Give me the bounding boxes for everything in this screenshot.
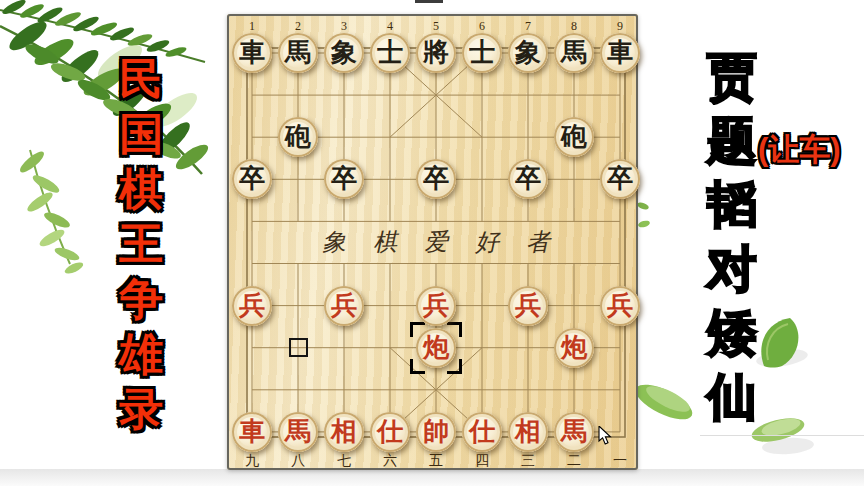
right-title-char: 矮 [707, 308, 757, 359]
piece-glyph: 炮 [423, 328, 449, 368]
piece-black-advisor[interactable]: 士 [462, 33, 502, 73]
piece-glyph: 兵 [515, 286, 541, 326]
piece-glyph: 炮 [561, 328, 587, 368]
truncated-top-ui-fragment [415, 0, 443, 3]
piece-black-horse[interactable]: 馬 [278, 33, 318, 73]
handicap-label: (让车) [758, 129, 841, 171]
piece-glyph: 士 [377, 33, 403, 73]
piece-glyph: 卒 [239, 159, 265, 199]
piece-red-soldier[interactable]: 兵 [232, 286, 272, 326]
piece-red-advisor[interactable]: 仕 [462, 412, 502, 452]
piece-glyph: 馬 [285, 412, 311, 452]
piece-glyph: 砲 [285, 117, 311, 157]
left-title-char: 民 [119, 56, 163, 101]
right-title-char: 贾 [707, 52, 757, 103]
piece-glyph: 仕 [377, 412, 403, 452]
bottom-file-label: 五 [424, 452, 448, 470]
piece-red-general[interactable]: 帥 [416, 412, 456, 452]
bottom-file-label: 一 [608, 452, 632, 470]
right-title-char: 韬 [707, 180, 757, 231]
bottom-file-label: 九 [240, 452, 264, 470]
piece-black-chariot[interactable]: 車 [232, 33, 272, 73]
bottom-file-label: 四 [470, 452, 494, 470]
bottom-file-label: 七 [332, 452, 356, 470]
left-series-title: 民国棋王争雄录 [112, 56, 170, 431]
piece-black-cannon[interactable]: 砲 [554, 117, 594, 157]
piece-glyph: 象 [515, 33, 541, 73]
piece-glyph: 帥 [423, 412, 449, 452]
bottom-background-band [0, 469, 864, 486]
last-move-origin-marker [289, 338, 308, 357]
piece-red-soldier[interactable]: 兵 [324, 286, 364, 326]
piece-red-horse[interactable]: 馬 [278, 412, 318, 452]
piece-black-horse[interactable]: 馬 [554, 33, 594, 73]
leaf-branch-top-left [0, 0, 212, 174]
leaf-sprig-mid-left [17, 149, 84, 276]
top-column-label: 6 [472, 19, 492, 34]
piece-black-elephant[interactable]: 象 [508, 33, 548, 73]
left-title-char: 录 [119, 386, 163, 431]
top-column-label: 9 [610, 19, 630, 34]
left-title-char: 王 [119, 221, 163, 266]
right-match-title: 贾题韬对矮仙 [703, 52, 761, 423]
piece-red-advisor[interactable]: 仕 [370, 412, 410, 452]
top-column-label: 1 [242, 19, 262, 34]
river-text: 象棋爱好者 [252, 226, 620, 258]
piece-glyph: 兵 [423, 286, 449, 326]
piece-glyph: 兵 [331, 286, 357, 326]
piece-glyph: 士 [469, 33, 495, 73]
background-fold-line [700, 435, 864, 436]
mouse-cursor [598, 426, 616, 446]
piece-red-soldier[interactable]: 兵 [416, 286, 456, 326]
top-column-label: 4 [380, 19, 400, 34]
piece-glyph: 相 [331, 412, 357, 452]
right-title-char: 对 [707, 244, 757, 295]
piece-glyph: 將 [423, 33, 449, 73]
left-title-char: 国 [119, 111, 163, 156]
river-text-char: 棋 [372, 226, 397, 259]
piece-black-chariot[interactable]: 車 [600, 33, 640, 73]
piece-glyph: 砲 [561, 117, 587, 157]
top-column-label: 5 [426, 19, 446, 34]
left-title-char: 雄 [119, 331, 163, 376]
top-column-label: 7 [518, 19, 538, 34]
bottom-file-label: 六 [378, 452, 402, 470]
piece-glyph: 卒 [515, 159, 541, 199]
left-title-char: 争 [119, 276, 163, 321]
piece-glyph: 車 [239, 33, 265, 73]
piece-glyph: 馬 [285, 33, 311, 73]
piece-red-chariot[interactable]: 車 [232, 412, 272, 452]
top-column-label: 8 [564, 19, 584, 34]
piece-glyph: 兵 [607, 286, 633, 326]
river-text-char: 好 [474, 226, 499, 259]
piece-glyph: 車 [239, 412, 265, 452]
left-title-char: 棋 [119, 166, 163, 211]
piece-red-cannon[interactable]: 炮 [554, 328, 594, 368]
piece-glyph: 兵 [239, 286, 265, 326]
piece-glyph: 馬 [561, 33, 587, 73]
piece-red-soldier[interactable]: 兵 [508, 286, 548, 326]
bottom-file-label: 八 [286, 452, 310, 470]
piece-glyph: 卒 [607, 159, 633, 199]
top-column-label: 2 [288, 19, 308, 34]
piece-glyph: 仕 [469, 412, 495, 452]
river-text-char: 爱 [423, 226, 448, 259]
piece-red-soldier[interactable]: 兵 [600, 286, 640, 326]
video-frame: 民国棋王争雄录 贾题韬对矮仙 (让车) 123456789九八七六五四三二一 象… [0, 0, 864, 486]
piece-red-cannon[interactable]: 炮 [416, 328, 456, 368]
piece-glyph: 馬 [561, 412, 587, 452]
piece-black-cannon[interactable]: 砲 [278, 117, 318, 157]
piece-glyph: 相 [515, 412, 541, 452]
piece-red-elephant[interactable]: 相 [508, 412, 548, 452]
right-title-char: 题 [707, 116, 757, 167]
bottom-file-label: 三 [516, 452, 540, 470]
piece-glyph: 象 [331, 33, 357, 73]
piece-black-advisor[interactable]: 士 [370, 33, 410, 73]
piece-glyph: 卒 [423, 159, 449, 199]
river-text-char: 象 [321, 226, 346, 259]
river-text-char: 者 [525, 226, 550, 259]
piece-black-general[interactable]: 將 [416, 33, 456, 73]
piece-glyph: 車 [607, 33, 633, 73]
piece-black-elephant[interactable]: 象 [324, 33, 364, 73]
top-column-label: 3 [334, 19, 354, 34]
piece-red-horse[interactable]: 馬 [554, 412, 594, 452]
right-title-char: 仙 [707, 372, 757, 423]
xiangqi-board[interactable]: 123456789九八七六五四三二一 象棋爱好者 車馬象士將士象馬車砲砲卒卒卒卒… [227, 14, 638, 470]
bottom-file-label: 二 [562, 452, 586, 470]
piece-glyph: 卒 [331, 159, 357, 199]
piece-red-elephant[interactable]: 相 [324, 412, 364, 452]
